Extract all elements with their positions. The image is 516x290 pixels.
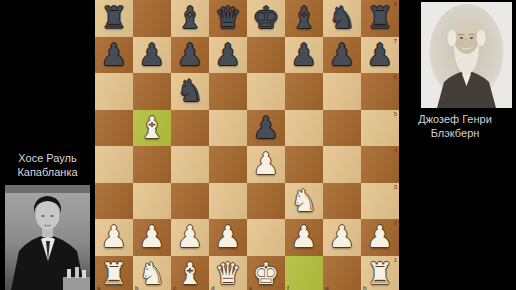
square-g2[interactable]: ♟	[323, 219, 361, 256]
square-e6[interactable]	[247, 73, 285, 110]
square-e7[interactable]	[247, 37, 285, 74]
square-f5[interactable]	[285, 110, 323, 147]
white-player-name-line1: Хосе Рауль	[0, 151, 95, 165]
square-e3[interactable]	[247, 183, 285, 220]
square-a6[interactable]	[95, 73, 133, 110]
square-f1[interactable]: f	[285, 256, 323, 290]
square-d4[interactable]	[209, 146, 247, 183]
black-player-photo	[421, 2, 512, 108]
black-pawn-e5[interactable]: ♟	[247, 110, 285, 147]
square-b3[interactable]	[133, 183, 171, 220]
square-g3[interactable]	[323, 183, 361, 220]
coord-rank-1: 1	[394, 257, 397, 263]
square-f4[interactable]	[285, 146, 323, 183]
black-player-name: Джозеф Генри Блэкберн	[394, 112, 516, 140]
square-b1[interactable]: ♞b	[133, 256, 171, 290]
square-b4[interactable]	[133, 146, 171, 183]
black-bishop-c8[interactable]: ♝	[171, 0, 209, 37]
square-g1[interactable]: g	[323, 256, 361, 290]
square-b6[interactable]	[133, 73, 171, 110]
square-a1[interactable]: ♜a	[95, 256, 133, 290]
square-c1[interactable]: ♝c	[171, 256, 209, 290]
square-e5[interactable]: ♟	[247, 110, 285, 147]
square-c2[interactable]: ♟	[171, 219, 209, 256]
black-player-name-line2: Блэкберн	[394, 126, 516, 140]
square-g7[interactable]: ♟	[323, 37, 361, 74]
coord-rank-7: 7	[394, 38, 397, 44]
black-rook-a8[interactable]: ♜	[95, 0, 133, 37]
coord-file-c: c	[173, 285, 176, 290]
square-c3[interactable]	[171, 183, 209, 220]
black-knight-c6[interactable]: ♞	[171, 73, 209, 110]
white-pawn-f2[interactable]: ♟	[285, 219, 323, 256]
white-pawn-a2[interactable]: ♟	[95, 219, 133, 256]
coord-rank-2: 2	[394, 220, 397, 226]
coord-rank-4: 4	[394, 147, 397, 153]
square-f6[interactable]	[285, 73, 323, 110]
black-player-name-line1: Джозеф Генри	[394, 112, 516, 126]
black-bishop-f8[interactable]: ♝	[285, 0, 323, 37]
square-h8[interactable]: ♜8	[361, 0, 399, 37]
coord-rank-3: 3	[394, 184, 397, 190]
square-h7[interactable]: ♟7	[361, 37, 399, 74]
square-d7[interactable]: ♟	[209, 37, 247, 74]
square-b2[interactable]: ♟	[133, 219, 171, 256]
white-rook-a1[interactable]: ♜	[95, 256, 133, 290]
square-e8[interactable]: ♚	[247, 0, 285, 37]
square-a3[interactable]	[95, 183, 133, 220]
square-d2[interactable]: ♟	[209, 219, 247, 256]
white-pawn-d2[interactable]: ♟	[209, 219, 247, 256]
square-g5[interactable]	[323, 110, 361, 147]
square-h1[interactable]: ♜1h	[361, 256, 399, 290]
white-knight-f3[interactable]: ♞	[285, 183, 323, 220]
white-player-photo	[5, 185, 90, 290]
square-b7[interactable]: ♟	[133, 37, 171, 74]
black-pawn-g7[interactable]: ♟	[323, 37, 361, 74]
square-h6[interactable]: 6	[361, 73, 399, 110]
black-king-e8[interactable]: ♚	[247, 0, 285, 37]
coord-file-d: d	[211, 285, 215, 290]
square-a2[interactable]: ♟	[95, 219, 133, 256]
white-king-e1[interactable]: ♚	[247, 256, 285, 290]
square-f3[interactable]: ♞	[285, 183, 323, 220]
square-d6[interactable]	[209, 73, 247, 110]
chess-board[interactable]: ♜♝♛♚♝♞♜8♟♟♟♟♟♟♟7♞6♝♟5♟4♞3♟♟♟♟♟♟♟2♜a♞b♝c♛…	[95, 0, 399, 290]
coord-file-a: a	[97, 285, 100, 290]
coord-rank-8: 8	[394, 1, 397, 7]
square-a4[interactable]	[95, 146, 133, 183]
square-b8[interactable]	[133, 0, 171, 37]
white-pawn-b2[interactable]: ♟	[133, 219, 171, 256]
black-queen-d8[interactable]: ♛	[209, 0, 247, 37]
white-player-name-line2: Капабланка	[0, 165, 95, 179]
square-g4[interactable]	[323, 146, 361, 183]
square-d1[interactable]: ♛d	[209, 256, 247, 290]
coord-file-f: f	[287, 285, 289, 290]
square-h2[interactable]: ♟2	[361, 219, 399, 256]
white-pawn-g2[interactable]: ♟	[323, 219, 361, 256]
coord-file-g: g	[325, 285, 329, 290]
blackburne-portrait-illustration	[421, 2, 512, 108]
square-c5[interactable]	[171, 110, 209, 147]
square-h4[interactable]: 4	[361, 146, 399, 183]
square-a5[interactable]	[95, 110, 133, 147]
white-pawn-e4[interactable]: ♟	[247, 146, 285, 183]
square-d5[interactable]	[209, 110, 247, 147]
square-f7[interactable]: ♟	[285, 37, 323, 74]
coord-file-h: h	[363, 285, 367, 290]
black-knight-g8[interactable]: ♞	[323, 0, 361, 37]
square-c7[interactable]: ♟	[171, 37, 209, 74]
square-g8[interactable]: ♞	[323, 0, 361, 37]
square-b5[interactable]: ♝	[133, 110, 171, 147]
square-c8[interactable]: ♝	[171, 0, 209, 37]
white-bishop-c1[interactable]: ♝	[171, 256, 209, 290]
square-d8[interactable]: ♛	[209, 0, 247, 37]
square-f2[interactable]: ♟	[285, 219, 323, 256]
black-pawn-a7[interactable]: ♟	[95, 37, 133, 74]
square-f8[interactable]: ♝	[285, 0, 323, 37]
square-g6[interactable]	[323, 73, 361, 110]
black-pawn-c7[interactable]: ♟	[171, 37, 209, 74]
white-player-name: Хосе Рауль Капабланка	[0, 151, 95, 179]
white-bishop-b5[interactable]: ♝	[133, 110, 171, 147]
square-c4[interactable]	[171, 146, 209, 183]
white-pawn-c2[interactable]: ♟	[171, 219, 209, 256]
coord-file-b: b	[135, 285, 139, 290]
square-a7[interactable]: ♟	[95, 37, 133, 74]
square-e1[interactable]: ♚e	[247, 256, 285, 290]
scene: Хосе Рауль Капабланка	[0, 0, 516, 290]
square-c6[interactable]: ♞	[171, 73, 209, 110]
capablanca-portrait-illustration	[5, 185, 90, 290]
square-h3[interactable]: 3	[361, 183, 399, 220]
coord-rank-6: 6	[394, 74, 397, 80]
black-pawn-d7[interactable]: ♟	[209, 37, 247, 74]
square-e4[interactable]: ♟	[247, 146, 285, 183]
black-pawn-b7[interactable]: ♟	[133, 37, 171, 74]
coord-file-e: e	[249, 285, 252, 290]
black-pawn-f7[interactable]: ♟	[285, 37, 323, 74]
square-d3[interactable]	[209, 183, 247, 220]
square-a8[interactable]: ♜	[95, 0, 133, 37]
square-e2[interactable]	[247, 219, 285, 256]
